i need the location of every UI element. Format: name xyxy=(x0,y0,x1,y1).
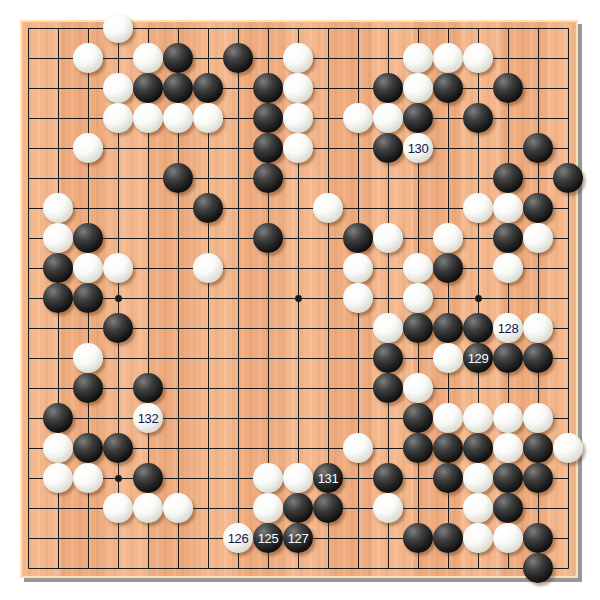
black-stone xyxy=(433,73,463,103)
black-stone xyxy=(523,463,553,493)
black-stone xyxy=(403,403,433,433)
black-stone xyxy=(133,463,163,493)
white-stone xyxy=(373,103,403,133)
black-stone xyxy=(43,403,73,433)
black-stone xyxy=(73,373,103,403)
white-stone xyxy=(463,463,493,493)
move-number-label: 132 xyxy=(133,403,163,433)
black-stone xyxy=(523,523,553,553)
white-stone xyxy=(463,523,493,553)
black-stone: 129 xyxy=(463,343,493,373)
black-stone xyxy=(283,493,313,523)
go-board[interactable]: 130128129132131126125127 xyxy=(20,20,578,578)
black-stone xyxy=(403,433,433,463)
black-stone xyxy=(523,553,553,583)
white-stone xyxy=(523,313,553,343)
black-stone: 125 xyxy=(253,523,283,553)
white-stone xyxy=(193,103,223,133)
black-stone xyxy=(73,223,103,253)
black-stone xyxy=(253,223,283,253)
white-stone xyxy=(433,43,463,73)
move-number-label: 125 xyxy=(253,523,283,553)
black-stone xyxy=(433,463,463,493)
white-stone xyxy=(73,343,103,373)
black-stone xyxy=(133,73,163,103)
white-stone xyxy=(463,493,493,523)
black-stone xyxy=(463,313,493,343)
white-stone: 128 xyxy=(493,313,523,343)
white-stone xyxy=(43,463,73,493)
black-stone xyxy=(253,103,283,133)
black-stone xyxy=(463,103,493,133)
black-stone xyxy=(493,343,523,373)
black-stone xyxy=(163,73,193,103)
black-stone xyxy=(43,283,73,313)
black-stone xyxy=(553,163,583,193)
white-stone xyxy=(373,313,403,343)
white-stone xyxy=(283,43,313,73)
white-stone xyxy=(163,103,193,133)
black-stone xyxy=(373,463,403,493)
white-stone xyxy=(493,433,523,463)
move-number-label: 128 xyxy=(493,313,523,343)
white-stone xyxy=(343,253,373,283)
white-stone xyxy=(133,103,163,133)
white-stone xyxy=(103,253,133,283)
black-stone xyxy=(343,223,373,253)
white-stone: 132 xyxy=(133,403,163,433)
move-number-label: 131 xyxy=(313,463,343,493)
move-number-label: 126 xyxy=(223,523,253,553)
white-stone xyxy=(283,133,313,163)
white-stone xyxy=(493,523,523,553)
black-stone xyxy=(493,73,523,103)
white-stone xyxy=(43,223,73,253)
white-stone xyxy=(493,403,523,433)
white-stone xyxy=(73,463,103,493)
black-stone xyxy=(523,133,553,163)
white-stone xyxy=(163,493,193,523)
black-stone xyxy=(433,313,463,343)
black-stone xyxy=(373,73,403,103)
white-stone xyxy=(73,133,103,163)
black-stone xyxy=(313,493,343,523)
white-stone xyxy=(373,493,403,523)
white-stone xyxy=(493,253,523,283)
white-stone xyxy=(523,403,553,433)
white-stone xyxy=(103,493,133,523)
black-stone xyxy=(373,373,403,403)
white-stone xyxy=(283,73,313,103)
black-stone xyxy=(523,433,553,463)
white-stone xyxy=(403,73,433,103)
black-stone xyxy=(433,523,463,553)
white-stone xyxy=(553,433,583,463)
white-stone xyxy=(343,433,373,463)
black-stone xyxy=(43,253,73,283)
white-stone xyxy=(313,193,343,223)
white-stone xyxy=(73,253,103,283)
white-stone xyxy=(43,433,73,463)
black-stone xyxy=(103,313,133,343)
white-stone: 130 xyxy=(403,133,433,163)
white-stone xyxy=(493,193,523,223)
black-stone xyxy=(493,463,523,493)
black-stone xyxy=(103,433,133,463)
move-number-label: 130 xyxy=(403,133,433,163)
white-stone xyxy=(133,43,163,73)
white-stone xyxy=(433,403,463,433)
white-stone xyxy=(283,103,313,133)
black-stone xyxy=(493,493,523,523)
white-stone xyxy=(253,463,283,493)
black-stone: 131 xyxy=(313,463,343,493)
white-stone xyxy=(103,73,133,103)
black-stone xyxy=(403,523,433,553)
black-stone xyxy=(193,193,223,223)
black-stone xyxy=(463,433,493,463)
black-stone xyxy=(73,433,103,463)
black-stone: 127 xyxy=(283,523,313,553)
white-stone xyxy=(103,103,133,133)
black-stone xyxy=(253,163,283,193)
white-stone xyxy=(463,43,493,73)
white-stone xyxy=(253,493,283,523)
white-stone xyxy=(343,103,373,133)
black-stone xyxy=(523,343,553,373)
white-stone xyxy=(403,43,433,73)
white-stone: 126 xyxy=(223,523,253,553)
move-number-label: 129 xyxy=(463,343,493,373)
black-stone xyxy=(373,133,403,163)
white-stone xyxy=(103,13,133,43)
white-stone xyxy=(463,403,493,433)
white-stone xyxy=(463,193,493,223)
white-stone xyxy=(433,343,463,373)
white-stone xyxy=(403,373,433,403)
white-stone xyxy=(343,283,373,313)
black-stone xyxy=(193,73,223,103)
black-stone xyxy=(523,193,553,223)
black-stone xyxy=(133,373,163,403)
black-stone xyxy=(373,343,403,373)
white-stone xyxy=(373,223,403,253)
black-stone xyxy=(223,43,253,73)
black-stone xyxy=(433,253,463,283)
black-stone xyxy=(253,73,283,103)
white-stone xyxy=(283,463,313,493)
black-stone xyxy=(73,283,103,313)
page: 130128129132131126125127 xyxy=(0,0,600,600)
black-stone xyxy=(493,223,523,253)
white-stone xyxy=(73,43,103,73)
white-stone xyxy=(43,193,73,223)
black-stone xyxy=(493,163,523,193)
move-number-label: 127 xyxy=(283,523,313,553)
black-stone xyxy=(163,163,193,193)
black-stone xyxy=(403,103,433,133)
black-stone xyxy=(433,433,463,463)
white-stone xyxy=(523,223,553,253)
white-stone xyxy=(193,253,223,283)
white-stone xyxy=(403,253,433,283)
white-stone xyxy=(133,493,163,523)
white-stone xyxy=(433,223,463,253)
black-stone xyxy=(253,133,283,163)
white-stone xyxy=(403,283,433,313)
black-stone xyxy=(403,313,433,343)
black-stone xyxy=(163,43,193,73)
